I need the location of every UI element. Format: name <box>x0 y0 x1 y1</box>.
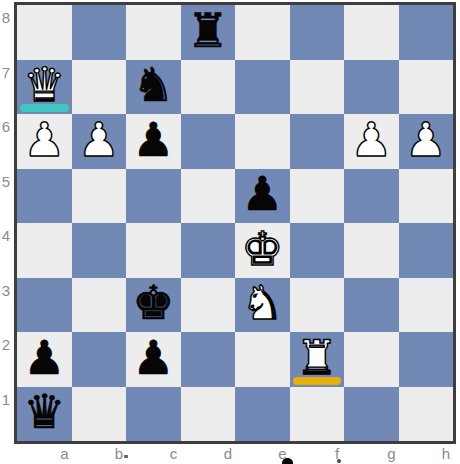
chess-board-screenshot: ♜♛♞♟♟♟♟♟♟♚♚♞♟♟♜♛ 87654321 abcdefgh <box>0 0 460 464</box>
square-b6[interactable]: ♟ <box>72 114 127 169</box>
rank-label-3: 3 <box>0 283 12 299</box>
square-c3[interactable]: ♚ <box>126 278 181 333</box>
square-h1[interactable] <box>399 387 454 442</box>
square-e3[interactable]: ♞ <box>235 278 290 333</box>
rank-label-4: 4 <box>0 228 12 244</box>
square-e8[interactable] <box>235 5 290 60</box>
square-d4[interactable] <box>181 223 236 278</box>
piece-white-pawn-h6[interactable]: ♟ <box>405 113 447 168</box>
square-f7[interactable] <box>290 60 345 115</box>
piece-black-pawn-a2[interactable]: ♟ <box>23 331 65 386</box>
square-c2[interactable]: ♟ <box>126 332 181 387</box>
square-g4[interactable] <box>344 223 399 278</box>
square-d1[interactable] <box>181 387 236 442</box>
file-label-b: b <box>112 446 126 462</box>
square-f6[interactable] <box>290 114 345 169</box>
cutoff-artifact <box>282 458 293 464</box>
square-g5[interactable] <box>344 169 399 224</box>
square-h8[interactable] <box>399 5 454 60</box>
square-c7[interactable]: ♞ <box>126 60 181 115</box>
square-c6[interactable]: ♟ <box>126 114 181 169</box>
square-h2[interactable] <box>399 332 454 387</box>
square-c4[interactable] <box>126 223 181 278</box>
cutoff-artifact <box>124 455 128 458</box>
square-e4[interactable]: ♚ <box>235 223 290 278</box>
square-b5[interactable] <box>72 169 127 224</box>
square-a6[interactable]: ♟ <box>17 114 72 169</box>
piece-black-rook-d8[interactable]: ♜ <box>187 4 229 59</box>
file-label-c: c <box>167 446 181 462</box>
square-d5[interactable] <box>181 169 236 224</box>
file-label-h: h <box>439 446 453 462</box>
piece-white-queen-a7[interactable]: ♛ <box>23 58 65 113</box>
rank-label-2: 2 <box>0 337 12 353</box>
piece-black-king-c3[interactable]: ♚ <box>132 276 174 331</box>
square-f4[interactable] <box>290 223 345 278</box>
square-e1[interactable] <box>235 387 290 442</box>
square-b7[interactable] <box>72 60 127 115</box>
square-c5[interactable] <box>126 169 181 224</box>
square-f8[interactable] <box>290 5 345 60</box>
piece-white-rook-f2[interactable]: ♜ <box>296 331 338 386</box>
square-a1[interactable]: ♛ <box>17 387 72 442</box>
cutoff-artifact <box>337 459 341 463</box>
square-a2[interactable]: ♟ <box>17 332 72 387</box>
square-f2[interactable]: ♜ <box>290 332 345 387</box>
square-a8[interactable] <box>17 5 72 60</box>
square-c8[interactable] <box>126 5 181 60</box>
piece-white-knight-e3[interactable]: ♞ <box>241 276 283 331</box>
square-d2[interactable] <box>181 332 236 387</box>
file-label-g: g <box>385 446 399 462</box>
rank-label-8: 8 <box>0 10 12 26</box>
square-g3[interactable] <box>344 278 399 333</box>
square-e5[interactable]: ♟ <box>235 169 290 224</box>
piece-black-pawn-c6[interactable]: ♟ <box>132 113 174 168</box>
file-label-a: a <box>58 446 72 462</box>
square-a4[interactable] <box>17 223 72 278</box>
square-h4[interactable] <box>399 223 454 278</box>
square-e7[interactable] <box>235 60 290 115</box>
square-g6[interactable]: ♟ <box>344 114 399 169</box>
square-f1[interactable] <box>290 387 345 442</box>
rank-label-5: 5 <box>0 174 12 190</box>
piece-black-pawn-c2[interactable]: ♟ <box>132 331 174 386</box>
square-a7[interactable]: ♛ <box>17 60 72 115</box>
square-d7[interactable] <box>181 60 236 115</box>
square-g7[interactable] <box>344 60 399 115</box>
square-b3[interactable] <box>72 278 127 333</box>
piece-white-pawn-g6[interactable]: ♟ <box>350 113 392 168</box>
rank-label-1: 1 <box>0 392 12 408</box>
piece-black-pawn-e5[interactable]: ♟ <box>241 167 283 222</box>
square-g1[interactable] <box>344 387 399 442</box>
piece-black-knight-c7[interactable]: ♞ <box>132 58 174 113</box>
square-g2[interactable] <box>344 332 399 387</box>
square-g8[interactable] <box>344 5 399 60</box>
square-h5[interactable] <box>399 169 454 224</box>
piece-white-pawn-a6[interactable]: ♟ <box>23 113 65 168</box>
piece-black-queen-a1[interactable]: ♛ <box>23 385 65 440</box>
square-b8[interactable] <box>72 5 127 60</box>
piece-white-king-e4[interactable]: ♚ <box>241 222 283 277</box>
square-h3[interactable] <box>399 278 454 333</box>
square-d6[interactable] <box>181 114 236 169</box>
square-d8[interactable]: ♜ <box>181 5 236 60</box>
square-e6[interactable] <box>235 114 290 169</box>
square-b4[interactable] <box>72 223 127 278</box>
rank-label-7: 7 <box>0 65 12 81</box>
rank-label-6: 6 <box>0 119 12 135</box>
square-a5[interactable] <box>17 169 72 224</box>
square-f5[interactable] <box>290 169 345 224</box>
square-e2[interactable] <box>235 332 290 387</box>
square-b2[interactable] <box>72 332 127 387</box>
square-d3[interactable] <box>181 278 236 333</box>
chess-board: ♜♛♞♟♟♟♟♟♟♚♚♞♟♟♜♛ <box>14 2 456 444</box>
square-f3[interactable] <box>290 278 345 333</box>
square-a3[interactable] <box>17 278 72 333</box>
piece-white-pawn-b6[interactable]: ♟ <box>78 113 120 168</box>
file-label-d: d <box>221 446 235 462</box>
square-h6[interactable]: ♟ <box>399 114 454 169</box>
square-c1[interactable] <box>126 387 181 442</box>
square-b1[interactable] <box>72 387 127 442</box>
square-h7[interactable] <box>399 60 454 115</box>
